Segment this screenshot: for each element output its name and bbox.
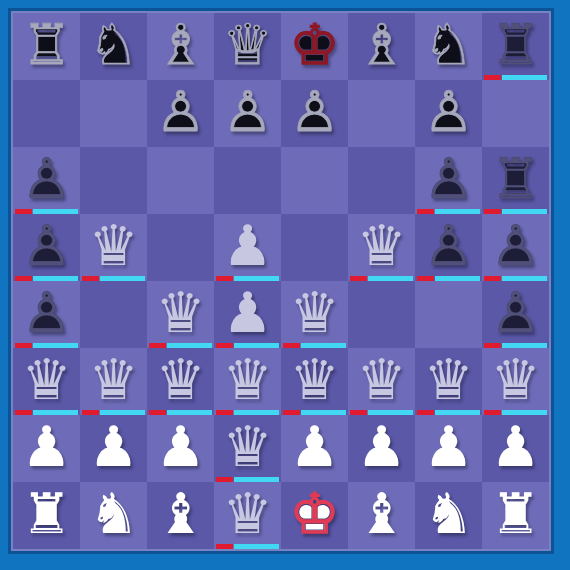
health-bar-red-segment — [216, 343, 233, 348]
black-rook[interactable]: ♜♖ — [13, 13, 80, 80]
piece-outline-glyph: ♙ — [423, 151, 473, 207]
square-f6[interactable] — [348, 147, 415, 214]
health-bar-red-segment — [484, 410, 501, 415]
health-bar-red-segment — [15, 276, 32, 281]
white-queen[interactable]: ♛ — [214, 482, 281, 549]
square-d8[interactable]: ♛♕ — [214, 13, 281, 80]
white-queen[interactable]: ♛ — [13, 348, 80, 415]
piece-glyph: ♞ — [88, 486, 138, 542]
square-g6[interactable]: ♟♙ — [415, 147, 482, 214]
white-pawn[interactable]: ♟ — [415, 415, 482, 482]
black-pawn[interactable]: ♟♙ — [415, 147, 482, 214]
square-g2[interactable]: ♟ — [415, 415, 482, 482]
piece-outline-glyph: ♙ — [155, 84, 205, 140]
piece-glyph: ♛ — [490, 352, 540, 408]
white-knight[interactable]: ♞ — [80, 482, 147, 549]
health-bar-red-segment — [15, 410, 32, 415]
square-a7[interactable] — [13, 80, 80, 147]
piece-glyph: ♟ — [356, 419, 406, 475]
square-h8[interactable]: ♜♖ — [482, 13, 549, 80]
piece-glyph: ♛ — [423, 352, 473, 408]
health-bar-red-segment — [15, 209, 32, 214]
square-a2[interactable]: ♟ — [13, 415, 80, 482]
white-knight[interactable]: ♞ — [415, 482, 482, 549]
piece-outline-glyph: ♖ — [490, 151, 540, 207]
piece-glyph: ♟ — [490, 419, 540, 475]
piece-outline-glyph: ♙ — [21, 218, 71, 274]
piece-outline-glyph: ♙ — [289, 84, 339, 140]
square-b8[interactable]: ♞♘ — [80, 13, 147, 80]
health-bar-red-segment — [149, 410, 166, 415]
black-bishop[interactable]: ♝♗ — [147, 13, 214, 80]
piece-outline-glyph: ♘ — [88, 17, 138, 73]
health-bar-red-segment — [417, 209, 434, 214]
square-a4[interactable]: ♟♙ — [13, 281, 80, 348]
piece-glyph: ♟ — [21, 419, 71, 475]
square-h3[interactable]: ♛ — [482, 348, 549, 415]
health-bar — [417, 410, 480, 415]
square-a3[interactable]: ♛ — [13, 348, 80, 415]
health-bar — [417, 209, 480, 214]
health-bar-cyan-segment — [234, 343, 279, 348]
health-bar-red-segment — [82, 276, 99, 281]
piece-outline-glyph: ♖ — [490, 17, 540, 73]
black-king-in-check[interactable]: ♚♔ — [281, 13, 348, 80]
square-b3[interactable]: ♛ — [80, 348, 147, 415]
square-f1[interactable]: ♝ — [348, 482, 415, 549]
square-h5[interactable]: ♟♙ — [482, 214, 549, 281]
health-bar-cyan-segment — [502, 276, 547, 281]
health-bar-cyan-segment — [502, 75, 547, 80]
square-d4[interactable]: ♟ — [214, 281, 281, 348]
health-bar-red-segment — [484, 209, 501, 214]
square-h2[interactable]: ♟ — [482, 415, 549, 482]
health-bar — [15, 276, 78, 281]
piece-outline-glyph: ♙ — [21, 151, 71, 207]
black-knight[interactable]: ♞♘ — [415, 13, 482, 80]
health-bar-cyan-segment — [234, 410, 279, 415]
health-bar-cyan-segment — [33, 209, 78, 214]
black-pawn[interactable]: ♟♙ — [415, 214, 482, 281]
black-pawn[interactable]: ♟♙ — [13, 147, 80, 214]
black-rook[interactable]: ♜♖ — [482, 13, 549, 80]
square-b7[interactable] — [80, 80, 147, 147]
white-queen[interactable]: ♛ — [80, 214, 147, 281]
health-bar-cyan-segment — [33, 343, 78, 348]
black-knight[interactable]: ♞♘ — [80, 13, 147, 80]
square-f5[interactable]: ♛ — [348, 214, 415, 281]
piece-outline-glyph: ♔ — [289, 486, 339, 542]
health-bar — [283, 343, 346, 348]
health-bar — [15, 410, 78, 415]
health-bar-cyan-segment — [435, 209, 480, 214]
square-g4[interactable] — [415, 281, 482, 348]
piece-glyph: ♛ — [356, 352, 406, 408]
health-bar-cyan-segment — [234, 477, 279, 482]
piece-outline-glyph: ♙ — [423, 84, 473, 140]
square-e2[interactable]: ♟ — [281, 415, 348, 482]
white-pawn[interactable]: ♟ — [214, 214, 281, 281]
square-f7[interactable] — [348, 80, 415, 147]
white-pawn[interactable]: ♟ — [147, 415, 214, 482]
square-e5[interactable] — [281, 214, 348, 281]
black-pawn[interactable]: ♟♙ — [482, 214, 549, 281]
piece-glyph: ♛ — [222, 486, 272, 542]
square-c3[interactable]: ♛ — [147, 348, 214, 415]
white-queen[interactable]: ♛ — [214, 348, 281, 415]
white-bishop[interactable]: ♝ — [348, 482, 415, 549]
piece-glyph: ♛ — [289, 352, 339, 408]
square-g5[interactable]: ♟♙ — [415, 214, 482, 281]
health-bar — [82, 276, 145, 281]
white-pawn[interactable]: ♟ — [80, 415, 147, 482]
square-b1[interactable]: ♞ — [80, 482, 147, 549]
white-queen[interactable]: ♛ — [281, 348, 348, 415]
piece-outline-glyph: ♔ — [289, 17, 339, 73]
square-b6[interactable] — [80, 147, 147, 214]
white-pawn[interactable]: ♟ — [482, 415, 549, 482]
health-bar-cyan-segment — [368, 276, 413, 281]
piece-glyph: ♛ — [356, 218, 406, 274]
black-queen[interactable]: ♛♕ — [214, 13, 281, 80]
health-bar-cyan-segment — [33, 276, 78, 281]
health-bar-red-segment — [216, 544, 233, 549]
health-bar-red-segment — [216, 410, 233, 415]
square-d7[interactable]: ♟♙ — [214, 80, 281, 147]
black-pawn[interactable]: ♟♙ — [214, 80, 281, 147]
square-d3[interactable]: ♛ — [214, 348, 281, 415]
piece-glyph: ♛ — [222, 352, 272, 408]
black-pawn[interactable]: ♟♙ — [482, 281, 549, 348]
white-pawn[interactable]: ♟ — [281, 415, 348, 482]
piece-glyph: ♟ — [423, 419, 473, 475]
health-bar-cyan-segment — [435, 410, 480, 415]
black-pawn[interactable]: ♟♙ — [281, 80, 348, 147]
health-bar-cyan-segment — [167, 410, 212, 415]
health-bar-red-segment — [216, 276, 233, 281]
white-pawn[interactable]: ♟ — [348, 415, 415, 482]
health-bar — [15, 343, 78, 348]
square-c1[interactable]: ♝ — [147, 482, 214, 549]
square-e6[interactable] — [281, 147, 348, 214]
board-frame: ♜♖♞♘♝♗♛♕♚♔♝♗♞♘♜♖♟♙♟♙♟♙♟♙♟♙♟♙♜♖♟♙♛♟♛♟♙♟♙♟… — [0, 0, 570, 570]
black-rook[interactable]: ♜♖ — [482, 147, 549, 214]
piece-outline-glyph: ♕ — [222, 17, 272, 73]
white-queen[interactable]: ♛ — [147, 348, 214, 415]
square-e3[interactable]: ♛ — [281, 348, 348, 415]
black-pawn[interactable]: ♟♙ — [13, 281, 80, 348]
square-f2[interactable]: ♟ — [348, 415, 415, 482]
health-bar-cyan-segment — [368, 410, 413, 415]
piece-glyph: ♛ — [289, 285, 339, 341]
health-bar-red-segment — [350, 410, 367, 415]
health-bar — [149, 343, 212, 348]
piece-glyph: ♟ — [289, 419, 339, 475]
health-bar — [417, 276, 480, 281]
white-rook[interactable]: ♜ — [13, 482, 80, 549]
white-queen[interactable]: ♛ — [482, 348, 549, 415]
health-bar-cyan-segment — [33, 410, 78, 415]
square-b2[interactable]: ♟ — [80, 415, 147, 482]
health-bar — [484, 209, 547, 214]
square-e7[interactable]: ♟♙ — [281, 80, 348, 147]
white-king-in-check[interactable]: ♚♔ — [281, 482, 348, 549]
square-g3[interactable]: ♛ — [415, 348, 482, 415]
health-bar — [216, 410, 279, 415]
piece-glyph: ♟ — [222, 285, 272, 341]
black-pawn[interactable]: ♟♙ — [147, 80, 214, 147]
white-pawn[interactable]: ♟ — [214, 281, 281, 348]
piece-glyph: ♞ — [423, 486, 473, 542]
piece-glyph: ♛ — [222, 419, 272, 475]
health-bar-cyan-segment — [100, 276, 145, 281]
health-bar-red-segment — [82, 410, 99, 415]
piece-outline-glyph: ♖ — [21, 17, 71, 73]
health-bar-red-segment — [15, 343, 32, 348]
health-bar-cyan-segment — [301, 343, 346, 348]
piece-glyph: ♟ — [88, 419, 138, 475]
health-bar-red-segment — [417, 410, 434, 415]
health-bar-red-segment — [283, 410, 300, 415]
health-bar-red-segment — [484, 343, 501, 348]
health-bar — [82, 410, 145, 415]
health-bar-cyan-segment — [502, 343, 547, 348]
white-queen[interactable]: ♛ — [80, 348, 147, 415]
square-g1[interactable]: ♞ — [415, 482, 482, 549]
piece-glyph: ♛ — [155, 285, 205, 341]
health-bar-cyan-segment — [167, 343, 212, 348]
health-bar-cyan-segment — [234, 276, 279, 281]
piece-outline-glyph: ♙ — [21, 285, 71, 341]
square-c4[interactable]: ♛ — [147, 281, 214, 348]
health-bar — [149, 410, 212, 415]
square-a1[interactable]: ♜ — [13, 482, 80, 549]
health-bar-cyan-segment — [502, 209, 547, 214]
square-e4[interactable]: ♛ — [281, 281, 348, 348]
square-d5[interactable]: ♟ — [214, 214, 281, 281]
piece-outline-glyph: ♗ — [356, 17, 406, 73]
health-bar — [216, 544, 279, 549]
health-bar — [216, 477, 279, 482]
white-queen[interactable]: ♛ — [348, 214, 415, 281]
health-bar-red-segment — [149, 343, 166, 348]
piece-glyph: ♟ — [155, 419, 205, 475]
health-bar — [484, 410, 547, 415]
health-bar-red-segment — [484, 75, 501, 80]
square-a6[interactable]: ♟♙ — [13, 147, 80, 214]
piece-glyph: ♝ — [356, 486, 406, 542]
piece-glyph: ♛ — [155, 352, 205, 408]
white-queen[interactable]: ♛ — [281, 281, 348, 348]
white-bishop[interactable]: ♝ — [147, 482, 214, 549]
square-f3[interactable]: ♛ — [348, 348, 415, 415]
health-bar-cyan-segment — [502, 410, 547, 415]
health-bar-cyan-segment — [234, 544, 279, 549]
health-bar — [216, 276, 279, 281]
piece-outline-glyph: ♗ — [155, 17, 205, 73]
white-queen[interactable]: ♛ — [214, 415, 281, 482]
chess-board: ♜♖♞♘♝♗♛♕♚♔♝♗♞♘♜♖♟♙♟♙♟♙♟♙♟♙♟♙♜♖♟♙♛♟♛♟♙♟♙♟… — [13, 13, 549, 549]
square-c2[interactable]: ♟ — [147, 415, 214, 482]
health-bar-cyan-segment — [301, 410, 346, 415]
health-bar — [350, 276, 413, 281]
health-bar-cyan-segment — [100, 410, 145, 415]
piece-glyph: ♛ — [88, 218, 138, 274]
piece-outline-glyph: ♙ — [490, 218, 540, 274]
black-pawn[interactable]: ♟♙ — [415, 80, 482, 147]
piece-outline-glyph: ♙ — [490, 285, 540, 341]
piece-glyph: ♛ — [88, 352, 138, 408]
white-rook[interactable]: ♜ — [482, 482, 549, 549]
piece-outline-glyph: ♘ — [423, 17, 473, 73]
square-d1[interactable]: ♛ — [214, 482, 281, 549]
white-queen[interactable]: ♛ — [348, 348, 415, 415]
square-g7[interactable]: ♟♙ — [415, 80, 482, 147]
square-d2[interactable]: ♛ — [214, 415, 281, 482]
square-e8[interactable]: ♚♔ — [281, 13, 348, 80]
health-bar-red-segment — [216, 477, 233, 482]
piece-outline-glyph: ♙ — [222, 84, 272, 140]
health-bar-red-segment — [350, 276, 367, 281]
health-bar — [484, 75, 547, 80]
health-bar — [216, 343, 279, 348]
square-g8[interactable]: ♞♘ — [415, 13, 482, 80]
square-c7[interactable]: ♟♙ — [147, 80, 214, 147]
square-c5[interactable] — [147, 214, 214, 281]
square-f8[interactable]: ♝♗ — [348, 13, 415, 80]
square-c8[interactable]: ♝♗ — [147, 13, 214, 80]
piece-glyph: ♜ — [21, 486, 71, 542]
square-b4[interactable] — [80, 281, 147, 348]
health-bar — [484, 276, 547, 281]
square-b5[interactable]: ♛ — [80, 214, 147, 281]
piece-glyph: ♝ — [155, 486, 205, 542]
health-bar — [15, 209, 78, 214]
square-d6[interactable] — [214, 147, 281, 214]
piece-glyph: ♜ — [490, 486, 540, 542]
health-bar — [484, 343, 547, 348]
health-bar-red-segment — [484, 276, 501, 281]
health-bar-red-segment — [417, 276, 434, 281]
piece-glyph: ♛ — [21, 352, 71, 408]
square-h1[interactable]: ♜ — [482, 482, 549, 549]
square-h6[interactable]: ♜♖ — [482, 147, 549, 214]
piece-outline-glyph: ♙ — [423, 218, 473, 274]
white-pawn[interactable]: ♟ — [13, 415, 80, 482]
health-bar-red-segment — [283, 343, 300, 348]
white-queen[interactable]: ♛ — [147, 281, 214, 348]
black-bishop[interactable]: ♝♗ — [348, 13, 415, 80]
black-pawn[interactable]: ♟♙ — [13, 214, 80, 281]
square-e1[interactable]: ♚♔ — [281, 482, 348, 549]
white-queen[interactable]: ♛ — [415, 348, 482, 415]
health-bar — [283, 410, 346, 415]
health-bar — [350, 410, 413, 415]
square-a8[interactable]: ♜♖ — [13, 13, 80, 80]
square-a5[interactable]: ♟♙ — [13, 214, 80, 281]
square-h7[interactable] — [482, 80, 549, 147]
piece-glyph: ♟ — [222, 218, 272, 274]
health-bar-cyan-segment — [435, 276, 480, 281]
square-c6[interactable] — [147, 147, 214, 214]
square-h4[interactable]: ♟♙ — [482, 281, 549, 348]
square-f4[interactable] — [348, 281, 415, 348]
